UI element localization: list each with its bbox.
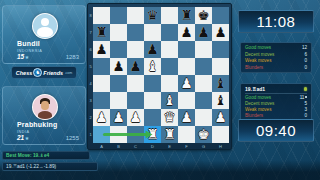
avatar-shirt <box>38 111 52 119</box>
avatar <box>32 13 58 39</box>
player-rating: 1283 <box>66 54 79 60</box>
square-h6[interactable] <box>212 41 229 58</box>
square-f7[interactable]: ♟ <box>178 24 195 41</box>
square-d7[interactable] <box>144 24 161 41</box>
move-quality-dot <box>304 87 308 91</box>
square-e6[interactable] <box>161 41 178 58</box>
player-level-row: 15 ★ 1283 <box>17 53 79 60</box>
stat-row-decent: Decent moves 6 <box>245 51 307 58</box>
square-a8[interactable] <box>93 7 110 24</box>
square-a4[interactable] <box>93 75 110 92</box>
square-d2[interactable] <box>144 109 161 126</box>
square-a2[interactable]: ♟ <box>93 109 110 126</box>
piece-white-rook[interactable]: ♜ <box>144 126 161 143</box>
square-c3[interactable] <box>127 92 144 109</box>
player-rating: 1255 <box>66 135 79 141</box>
square-b7[interactable] <box>110 24 127 41</box>
square-h4[interactable]: ♝ <box>212 75 229 92</box>
good-moves-label: Good moves <box>245 45 271 50</box>
good-moves-number: 11 <box>300 95 305 100</box>
square-b8[interactable] <box>110 7 127 24</box>
piece-black-rook[interactable]: ♜ <box>178 7 195 24</box>
logo-text-friends: Friends <box>43 70 63 76</box>
square-f5[interactable] <box>178 58 195 75</box>
player-level: 21 <box>17 134 24 141</box>
clock-top: 11:08 <box>238 10 314 33</box>
piece-white-pawn[interactable]: ♟ <box>93 109 110 126</box>
square-b3[interactable] <box>110 92 127 109</box>
square-b2[interactable]: ♟ <box>110 109 127 126</box>
weak-moves-value: 0 <box>304 58 307 63</box>
stat-row-blunders: Blunders 0 <box>245 112 307 118</box>
square-b4[interactable] <box>110 75 127 92</box>
logo-text-chess: Chess <box>16 70 33 76</box>
square-f1[interactable] <box>178 126 195 143</box>
square-e2[interactable]: ♛ <box>161 109 178 126</box>
square-h1[interactable] <box>212 126 229 143</box>
avatar-photo <box>32 94 58 120</box>
square-c6[interactable] <box>127 41 144 58</box>
good-moves-marker <box>305 96 307 98</box>
clock-bottom: 09:40 <box>238 119 314 142</box>
square-g1[interactable]: ♚ <box>195 126 212 143</box>
stats-panel-bottom: 19.♖ad1 Good moves 11 Decent moves 5 Wea… <box>240 83 312 121</box>
square-b1[interactable] <box>110 126 127 143</box>
square-b5[interactable]: ♟ <box>110 58 127 75</box>
current-move-row: 19.♖ad1 <box>245 86 307 94</box>
stat-row-good: Good moves 12 <box>245 45 307 52</box>
square-e7[interactable] <box>161 24 178 41</box>
square-d8[interactable]: ♛ <box>144 7 161 24</box>
game-screen: Bundil INDONESIA 15 ★ 1283 Chess ♞ Frien… <box>0 0 320 180</box>
piece-black-rook[interactable]: ♜ <box>93 24 110 41</box>
piece-black-pawn[interactable]: ♟ <box>178 24 195 41</box>
square-h3[interactable]: ♝ <box>212 92 229 109</box>
blunders-label: Blunders <box>245 65 263 70</box>
square-g6[interactable] <box>195 41 212 58</box>
file-label-c: C <box>127 143 144 150</box>
decent-moves-value: 6 <box>304 52 307 57</box>
square-e8[interactable] <box>161 7 178 24</box>
piece-black-pawn[interactable]: ♟ <box>195 24 212 41</box>
current-move-san: 19.♖ad1 <box>245 86 265 92</box>
piece-white-rook[interactable]: ♜ <box>161 126 178 143</box>
square-e4[interactable] <box>161 75 178 92</box>
file-label-h: H <box>212 143 229 150</box>
avatar-silhouette-bust <box>37 27 53 37</box>
piece-black-pawn[interactable]: ♟ <box>127 58 144 75</box>
chess-board-frame: 87654321 ♛♜♚♜♟♟♟♟♟♟♟♝♟♝♝♝♟♟♟♛♟♟♜♜♚ ABCDE… <box>87 3 232 150</box>
file-label-a: A <box>93 143 110 150</box>
square-d3[interactable] <box>144 92 161 109</box>
square-f4[interactable]: ♟ <box>178 75 195 92</box>
blunders-value: 0 <box>304 65 307 70</box>
piece-white-pawn[interactable]: ♟ <box>212 109 229 126</box>
square-e5[interactable] <box>161 58 178 75</box>
piece-white-king[interactable]: ♚ <box>195 126 212 143</box>
good-moves-value: 11 <box>300 95 307 100</box>
weak-moves-label: Weak moves <box>245 58 271 63</box>
square-f2[interactable]: ♟ <box>178 109 195 126</box>
blunders-value: 0 <box>304 113 307 118</box>
piece-white-queen[interactable]: ♛ <box>161 109 178 126</box>
piece-white-bishop[interactable]: ♝ <box>144 58 161 75</box>
square-h8[interactable] <box>212 7 229 24</box>
player-name: Prabhuking <box>17 121 58 128</box>
file-label-f: F <box>178 143 195 150</box>
board-squares[interactable]: ♛♜♚♜♟♟♟♟♟♟♟♝♟♝♝♝♟♟♟♛♟♟♜♜♚ <box>93 7 229 143</box>
square-g7[interactable]: ♟ <box>195 24 212 41</box>
square-f8[interactable]: ♜ <box>178 7 195 24</box>
square-c8[interactable] <box>127 7 144 24</box>
square-a5[interactable] <box>93 58 110 75</box>
file-labels: ABCDEFGH <box>93 143 229 150</box>
square-d5[interactable]: ♝ <box>144 58 161 75</box>
square-a1[interactable] <box>93 126 110 143</box>
piece-black-bishop[interactable]: ♝ <box>212 92 229 109</box>
decent-moves-value: 5 <box>304 101 307 106</box>
square-c4[interactable] <box>127 75 144 92</box>
square-g2[interactable] <box>195 109 212 126</box>
square-g3[interactable] <box>195 92 212 109</box>
blunders-label: Blunders <box>245 113 263 118</box>
square-e3[interactable]: ♝ <box>161 92 178 109</box>
star-icon: ★ <box>25 135 29 141</box>
piece-black-pawn[interactable]: ♟ <box>110 58 127 75</box>
best-move-text: Best Move: 19.♗e4 <box>6 153 49 158</box>
square-g5[interactable] <box>195 58 212 75</box>
square-h7[interactable]: ♟ <box>212 24 229 41</box>
played-move-bar: 19.♖ad1 (-1.22→-1.89) <box>2 162 98 171</box>
piece-white-pawn[interactable]: ♟ <box>110 109 127 126</box>
played-move-text: 19.♖ad1 (-1.22→-1.89) <box>6 164 56 169</box>
good-moves-label: Good moves <box>245 95 271 100</box>
square-c7[interactable] <box>127 24 144 41</box>
square-g8[interactable]: ♚ <box>195 7 212 24</box>
square-h5[interactable] <box>212 58 229 75</box>
square-c1[interactable] <box>127 126 144 143</box>
stat-row-blunders: Blunders 0 <box>245 64 307 71</box>
logo-text-dotcom: .com <box>65 71 73 75</box>
file-label-d: D <box>144 143 161 150</box>
player-name: Bundil <box>17 40 40 47</box>
chessfriends-logo: Chess ♞ Friends .com <box>11 66 77 79</box>
square-a3[interactable] <box>93 92 110 109</box>
stats-panel-top: Good moves 12 Decent moves 6 Weak moves … <box>240 42 312 73</box>
file-label-g: G <box>195 143 212 150</box>
piece-black-pawn[interactable]: ♟ <box>93 41 110 58</box>
file-label-e: E <box>161 143 178 150</box>
square-g4[interactable] <box>195 75 212 92</box>
piece-black-pawn[interactable]: ♟ <box>212 24 229 41</box>
knight-emblem-icon: ♞ <box>33 68 42 77</box>
square-e1[interactable]: ♜ <box>161 126 178 143</box>
square-a6[interactable]: ♟ <box>93 41 110 58</box>
square-b6[interactable] <box>110 41 127 58</box>
knight-glyph: ♞ <box>36 70 40 75</box>
star-icon: ★ <box>25 54 29 60</box>
piece-black-queen[interactable]: ♛ <box>144 7 161 24</box>
piece-white-pawn[interactable]: ♟ <box>127 109 144 126</box>
square-f6[interactable] <box>178 41 195 58</box>
square-a7[interactable]: ♜ <box>93 24 110 41</box>
piece-black-king[interactable]: ♚ <box>195 7 212 24</box>
player-level-row: 21 ★ 1255 <box>17 134 79 141</box>
decent-moves-label: Decent moves <box>245 101 274 106</box>
avatar-face <box>41 101 49 110</box>
best-move-bar: Best Move: 19.♗e4 <box>2 151 90 160</box>
square-d6[interactable]: ♟ <box>144 41 161 58</box>
square-d1[interactable]: ♜ <box>144 126 161 143</box>
decent-moves-label: Decent moves <box>245 52 274 57</box>
weak-moves-value: 3 <box>304 107 307 112</box>
avatar-silhouette-head <box>41 18 49 26</box>
player-card-top: Bundil INDONESIA 15 ★ 1283 <box>2 5 86 64</box>
square-c2[interactable]: ♟ <box>127 109 144 126</box>
piece-black-pawn[interactable]: ♟ <box>144 41 161 58</box>
piece-white-pawn[interactable]: ♟ <box>178 75 195 92</box>
piece-black-bishop[interactable]: ♝ <box>212 75 229 92</box>
file-label-b: B <box>110 143 127 150</box>
player-level: 15 <box>17 53 24 60</box>
square-f3[interactable] <box>178 92 195 109</box>
player-card-bottom: Prabhuking INDIA 21 ★ 1255 <box>2 86 86 145</box>
good-moves-value: 12 <box>302 45 307 50</box>
stat-row-weak: Weak moves 0 <box>245 58 307 65</box>
piece-white-pawn[interactable]: ♟ <box>178 109 195 126</box>
square-d4[interactable] <box>144 75 161 92</box>
square-h2[interactable]: ♟ <box>212 109 229 126</box>
weak-moves-label: Weak moves <box>245 107 271 112</box>
square-c5[interactable]: ♟ <box>127 58 144 75</box>
piece-white-bishop[interactable]: ♝ <box>161 92 178 109</box>
